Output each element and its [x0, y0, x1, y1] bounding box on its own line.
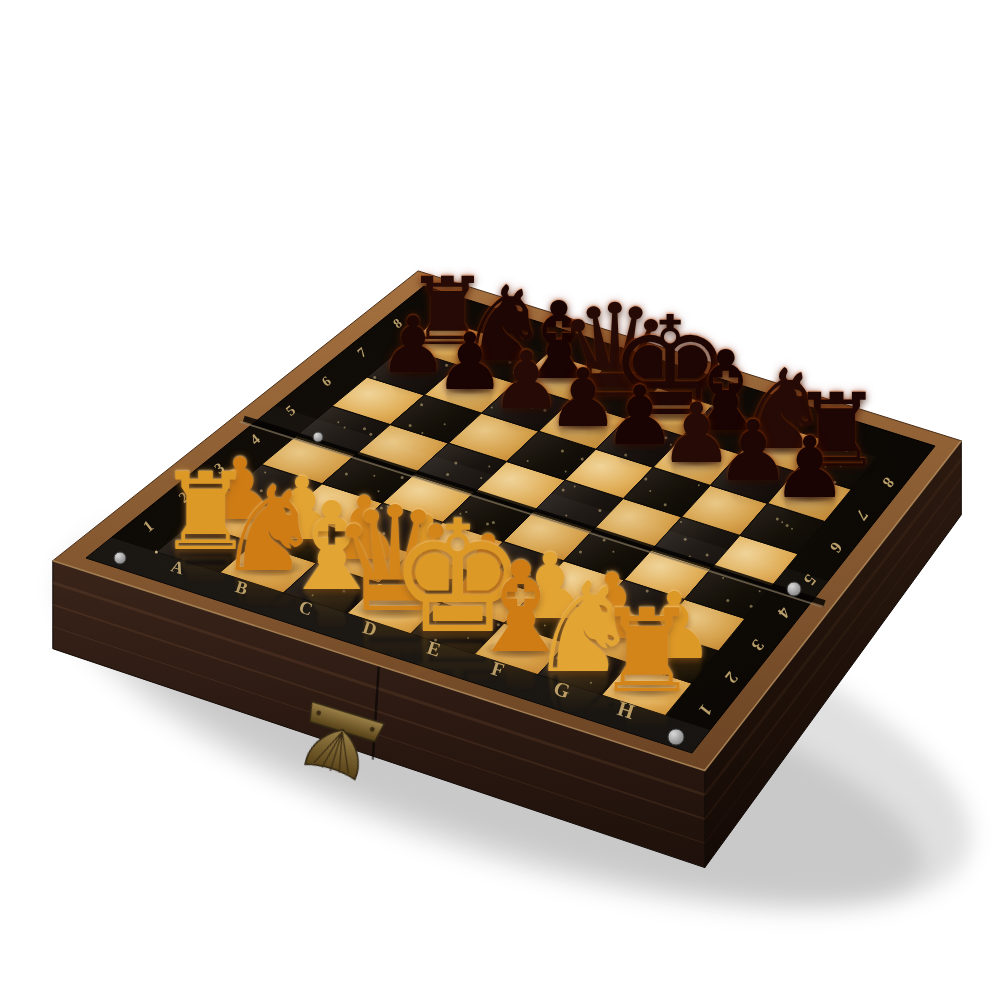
piece-white-rook-h1[interactable]: ♜: [596, 606, 699, 698]
metal-pin-icon: [114, 552, 126, 564]
piece-black-pawn-h7[interactable]: ♟: [772, 435, 848, 503]
metal-pin-icon: [787, 582, 801, 596]
metal-pin-icon: [313, 432, 323, 442]
product-photo-scene: ABCDEFGH1234567812345678 ♜♜♞♞♝♝♛♛♚♚♝♝♞♞♜…: [0, 0, 1000, 1000]
metal-pin-icon: [668, 729, 684, 745]
